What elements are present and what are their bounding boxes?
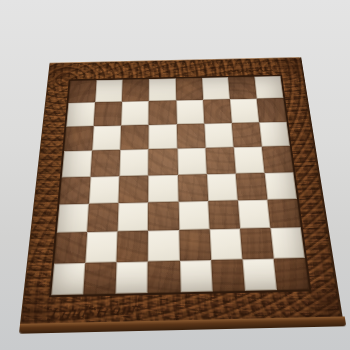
square-g3: [238, 200, 271, 229]
square-c8: [122, 79, 149, 102]
board-frame: Lindström: [20, 57, 342, 324]
square-e1: [179, 260, 212, 293]
square-h5: [262, 146, 294, 172]
square-e4: [178, 174, 208, 202]
square-d5: [149, 149, 178, 175]
square-g4: [235, 172, 267, 200]
square-h2: [270, 227, 305, 258]
square-a4: [59, 176, 90, 204]
photo-background: Lindström: [0, 0, 350, 350]
square-c3: [118, 202, 149, 231]
square-d4: [148, 174, 178, 202]
square-d7: [149, 101, 177, 125]
square-f4: [206, 173, 237, 201]
square-a6: [64, 126, 94, 151]
square-f8: [202, 77, 230, 100]
square-h8: [254, 76, 283, 99]
square-f5: [205, 147, 235, 173]
square-e2: [179, 230, 211, 261]
square-f1: [211, 259, 245, 292]
square-d2: [148, 230, 179, 261]
square-h3: [267, 199, 301, 228]
square-c5: [120, 149, 149, 175]
square-c7: [121, 101, 149, 125]
square-b5: [91, 150, 121, 176]
square-f3: [208, 200, 240, 229]
chessboard: Lindström: [20, 57, 342, 324]
square-c4: [119, 175, 149, 203]
square-f7: [203, 99, 232, 123]
square-b3: [87, 203, 118, 232]
square-e3: [178, 201, 209, 230]
square-h6: [259, 122, 290, 147]
square-b6: [92, 125, 121, 150]
square-b4: [89, 176, 120, 204]
square-d1: [148, 260, 180, 293]
square-d8: [149, 78, 176, 101]
square-a7: [66, 103, 95, 127]
square-e7: [176, 100, 204, 124]
square-h4: [264, 172, 297, 200]
square-d6: [149, 124, 177, 149]
maker-signature: Lindström: [47, 300, 138, 323]
square-g5: [233, 147, 264, 173]
square-f2: [209, 229, 242, 260]
square-a8: [68, 80, 96, 103]
square-g1: [242, 258, 277, 291]
square-b2: [85, 232, 117, 263]
square-a3: [57, 204, 89, 233]
square-e6: [176, 123, 205, 148]
square-c1: [116, 261, 148, 294]
square-g2: [240, 228, 274, 259]
square-b8: [95, 80, 123, 103]
square-c2: [117, 231, 149, 262]
square-a5: [62, 151, 93, 178]
square-c6: [121, 125, 149, 150]
square-g8: [228, 77, 257, 100]
square-f6: [204, 123, 233, 148]
square-g7: [230, 99, 259, 123]
square-a2: [54, 232, 87, 263]
square-e5: [177, 148, 207, 174]
square-b1: [83, 262, 116, 295]
square-d3: [148, 202, 179, 231]
square-b7: [94, 102, 122, 126]
square-h1: [274, 258, 310, 291]
square-e8: [175, 78, 202, 101]
square-h7: [257, 98, 287, 122]
playing-area: [49, 75, 312, 298]
square-g6: [232, 122, 262, 147]
square-a1: [51, 263, 85, 296]
